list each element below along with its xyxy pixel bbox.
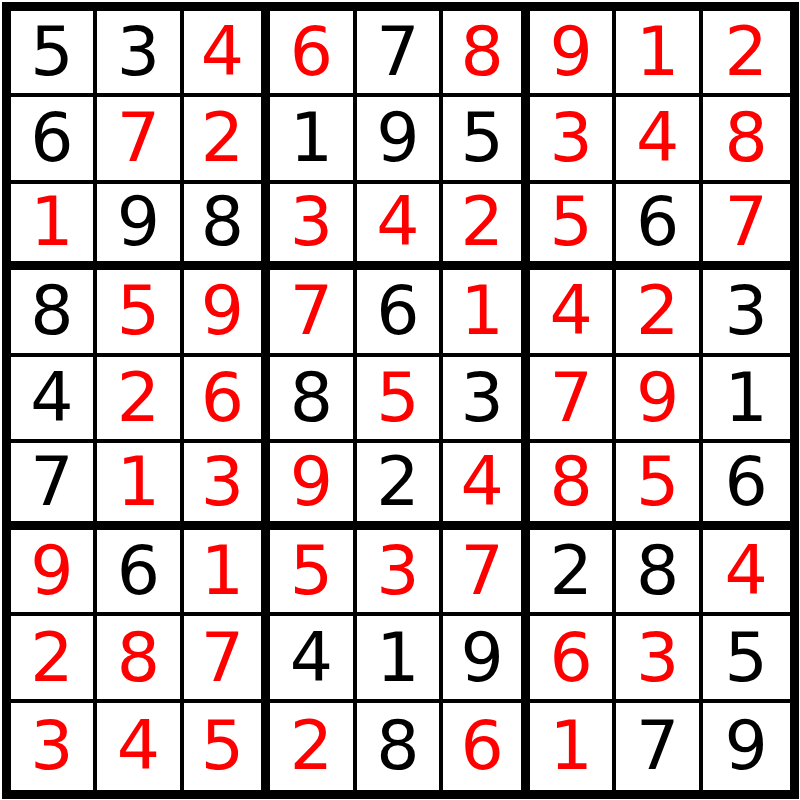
cell-r8c8[interactable]: 3 xyxy=(616,616,703,703)
cell-r2c6[interactable]: 5 xyxy=(443,97,530,184)
cell-r7c9[interactable]: 4 xyxy=(703,530,790,617)
cell-r2c4[interactable]: 1 xyxy=(270,97,357,184)
cell-r7c1[interactable]: 9 xyxy=(11,530,98,617)
cell-r5c6[interactable]: 3 xyxy=(443,357,530,444)
cell-r5c7[interactable]: 7 xyxy=(530,357,617,444)
cell-r8c7[interactable]: 6 xyxy=(530,616,617,703)
page-background: 5346789126721953481983425678597614234268… xyxy=(0,0,800,800)
cell-r5c5[interactable]: 5 xyxy=(357,357,444,444)
cell-r1c8[interactable]: 1 xyxy=(616,11,703,98)
cell-r6c6[interactable]: 4 xyxy=(443,443,530,530)
cell-r6c1[interactable]: 7 xyxy=(11,443,98,530)
cell-r4c5[interactable]: 6 xyxy=(357,270,444,357)
cell-r9c5[interactable]: 8 xyxy=(357,703,444,790)
cell-r9c6[interactable]: 6 xyxy=(443,703,530,790)
cell-r8c6[interactable]: 9 xyxy=(443,616,530,703)
cell-r6c5[interactable]: 2 xyxy=(357,443,444,530)
cell-r2c5[interactable]: 9 xyxy=(357,97,444,184)
cell-r7c4[interactable]: 5 xyxy=(270,530,357,617)
cell-r1c4[interactable]: 6 xyxy=(270,11,357,98)
cell-r4c2[interactable]: 5 xyxy=(97,270,184,357)
cell-r2c7[interactable]: 3 xyxy=(530,97,617,184)
cell-r3c4[interactable]: 3 xyxy=(270,184,357,271)
cell-r6c7[interactable]: 8 xyxy=(530,443,617,530)
cell-r8c9[interactable]: 5 xyxy=(703,616,790,703)
cell-r3c6[interactable]: 2 xyxy=(443,184,530,271)
cell-r9c3[interactable]: 5 xyxy=(184,703,271,790)
cell-r2c9[interactable]: 8 xyxy=(703,97,790,184)
cell-r1c9[interactable]: 2 xyxy=(703,11,790,98)
cell-r2c3[interactable]: 2 xyxy=(184,97,271,184)
cell-r3c3[interactable]: 8 xyxy=(184,184,271,271)
cell-r1c5[interactable]: 7 xyxy=(357,11,444,98)
cell-r3c5[interactable]: 4 xyxy=(357,184,444,271)
cell-r9c7[interactable]: 1 xyxy=(530,703,617,790)
cell-r2c8[interactable]: 4 xyxy=(616,97,703,184)
cell-r2c1[interactable]: 6 xyxy=(11,97,98,184)
cell-r7c7[interactable]: 2 xyxy=(530,530,617,617)
cell-r4c7[interactable]: 4 xyxy=(530,270,617,357)
cell-r9c9[interactable]: 9 xyxy=(703,703,790,790)
cell-r3c1[interactable]: 1 xyxy=(11,184,98,271)
cell-r9c8[interactable]: 7 xyxy=(616,703,703,790)
cell-r7c3[interactable]: 1 xyxy=(184,530,271,617)
cell-r5c8[interactable]: 9 xyxy=(616,357,703,444)
cell-r3c2[interactable]: 9 xyxy=(97,184,184,271)
cell-r5c3[interactable]: 6 xyxy=(184,357,271,444)
cell-r8c1[interactable]: 2 xyxy=(11,616,98,703)
cell-r6c8[interactable]: 5 xyxy=(616,443,703,530)
cell-r4c6[interactable]: 1 xyxy=(443,270,530,357)
cell-r1c7[interactable]: 9 xyxy=(530,11,617,98)
cell-r5c4[interactable]: 8 xyxy=(270,357,357,444)
cell-r7c2[interactable]: 6 xyxy=(97,530,184,617)
cell-r7c6[interactable]: 7 xyxy=(443,530,530,617)
cell-r7c5[interactable]: 3 xyxy=(357,530,444,617)
cell-r6c4[interactable]: 9 xyxy=(270,443,357,530)
cell-r4c8[interactable]: 2 xyxy=(616,270,703,357)
cell-r1c2[interactable]: 3 xyxy=(97,11,184,98)
cell-r6c3[interactable]: 3 xyxy=(184,443,271,530)
cell-r3c9[interactable]: 7 xyxy=(703,184,790,271)
cell-r4c9[interactable]: 3 xyxy=(703,270,790,357)
cell-r8c2[interactable]: 8 xyxy=(97,616,184,703)
cell-r6c2[interactable]: 1 xyxy=(97,443,184,530)
cell-r1c1[interactable]: 5 xyxy=(11,11,98,98)
cell-r5c1[interactable]: 4 xyxy=(11,357,98,444)
sudoku-board: 5346789126721953481983425678597614234268… xyxy=(2,2,799,799)
cell-r2c2[interactable]: 7 xyxy=(97,97,184,184)
cell-r5c2[interactable]: 2 xyxy=(97,357,184,444)
cell-r6c9[interactable]: 6 xyxy=(703,443,790,530)
cell-r9c1[interactable]: 3 xyxy=(11,703,98,790)
cell-r9c2[interactable]: 4 xyxy=(97,703,184,790)
cell-r9c4[interactable]: 2 xyxy=(270,703,357,790)
cell-r5c9[interactable]: 1 xyxy=(703,357,790,444)
cell-r7c8[interactable]: 8 xyxy=(616,530,703,617)
cell-r4c4[interactable]: 7 xyxy=(270,270,357,357)
cell-r4c1[interactable]: 8 xyxy=(11,270,98,357)
cell-r4c3[interactable]: 9 xyxy=(184,270,271,357)
cell-r1c3[interactable]: 4 xyxy=(184,11,271,98)
cell-r3c8[interactable]: 6 xyxy=(616,184,703,271)
cell-r1c6[interactable]: 8 xyxy=(443,11,530,98)
cell-r8c5[interactable]: 1 xyxy=(357,616,444,703)
cell-r8c4[interactable]: 4 xyxy=(270,616,357,703)
cell-r3c7[interactable]: 5 xyxy=(530,184,617,271)
cell-r8c3[interactable]: 7 xyxy=(184,616,271,703)
